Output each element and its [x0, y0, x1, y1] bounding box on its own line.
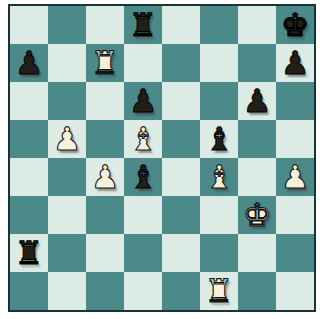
- square-e3[interactable]: [162, 196, 200, 234]
- square-e4[interactable]: [162, 158, 200, 196]
- square-d3[interactable]: [124, 196, 162, 234]
- square-b8[interactable]: [48, 6, 86, 44]
- square-e8[interactable]: [162, 6, 200, 44]
- square-g2[interactable]: [238, 234, 276, 272]
- white-king-g3[interactable]: ♚: [243, 196, 272, 234]
- square-c6[interactable]: [86, 82, 124, 120]
- square-e1[interactable]: [162, 272, 200, 310]
- square-g4[interactable]: [238, 158, 276, 196]
- square-g1[interactable]: [238, 272, 276, 310]
- square-e2[interactable]: [162, 234, 200, 272]
- white-pawn-c4[interactable]: ♟: [91, 158, 120, 196]
- chess-diagram-page: ♜♚♟♜♟♟♟♟♝♝♟♝♝♟♚♜♜: [0, 0, 320, 319]
- square-h5[interactable]: [276, 120, 314, 158]
- square-b3[interactable]: [48, 196, 86, 234]
- square-c3[interactable]: [86, 196, 124, 234]
- square-d1[interactable]: [124, 272, 162, 310]
- square-h4[interactable]: ♟: [276, 158, 314, 196]
- square-f1[interactable]: ♜: [200, 272, 238, 310]
- square-d6[interactable]: ♟: [124, 82, 162, 120]
- square-b1[interactable]: [48, 272, 86, 310]
- square-f7[interactable]: [200, 44, 238, 82]
- square-c4[interactable]: ♟: [86, 158, 124, 196]
- white-rook-c7[interactable]: ♜: [91, 44, 120, 82]
- square-c1[interactable]: [86, 272, 124, 310]
- board-frame: ♜♚♟♜♟♟♟♟♝♝♟♝♝♟♚♜♜: [8, 4, 316, 312]
- square-h6[interactable]: [276, 82, 314, 120]
- square-d4[interactable]: ♝: [124, 158, 162, 196]
- square-h1[interactable]: [276, 272, 314, 310]
- square-b5[interactable]: ♟: [48, 120, 86, 158]
- square-b4[interactable]: [48, 158, 86, 196]
- black-rook-a2[interactable]: ♜: [15, 234, 44, 272]
- square-a6[interactable]: [10, 82, 48, 120]
- square-a4[interactable]: [10, 158, 48, 196]
- square-g3[interactable]: ♚: [238, 196, 276, 234]
- black-pawn-a7[interactable]: ♟: [15, 44, 44, 82]
- square-h8[interactable]: ♚: [276, 6, 314, 44]
- black-rook-d8[interactable]: ♜: [129, 6, 158, 44]
- square-e6[interactable]: [162, 82, 200, 120]
- black-pawn-h7[interactable]: ♟: [281, 44, 310, 82]
- square-f8[interactable]: [200, 6, 238, 44]
- square-b2[interactable]: [48, 234, 86, 272]
- square-h2[interactable]: [276, 234, 314, 272]
- black-bishop-d4[interactable]: ♝: [129, 158, 158, 196]
- square-f3[interactable]: [200, 196, 238, 234]
- square-d2[interactable]: [124, 234, 162, 272]
- white-pawn-h4[interactable]: ♟: [281, 158, 310, 196]
- square-d7[interactable]: [124, 44, 162, 82]
- white-rook-f1[interactable]: ♜: [205, 272, 234, 310]
- square-a7[interactable]: ♟: [10, 44, 48, 82]
- square-e5[interactable]: [162, 120, 200, 158]
- square-f4[interactable]: ♝: [200, 158, 238, 196]
- chess-board: ♜♚♟♜♟♟♟♟♝♝♟♝♝♟♚♜♜: [10, 6, 314, 310]
- square-g7[interactable]: [238, 44, 276, 82]
- square-b6[interactable]: [48, 82, 86, 120]
- square-e7[interactable]: [162, 44, 200, 82]
- square-g6[interactable]: ♟: [238, 82, 276, 120]
- square-f5[interactable]: ♝: [200, 120, 238, 158]
- square-c8[interactable]: [86, 6, 124, 44]
- square-g5[interactable]: [238, 120, 276, 158]
- square-a3[interactable]: [10, 196, 48, 234]
- square-d5[interactable]: ♝: [124, 120, 162, 158]
- square-a8[interactable]: [10, 6, 48, 44]
- black-king-h8[interactable]: ♚: [281, 6, 310, 44]
- white-bishop-d5[interactable]: ♝: [129, 120, 158, 158]
- square-h3[interactable]: [276, 196, 314, 234]
- square-b7[interactable]: [48, 44, 86, 82]
- square-h7[interactable]: ♟: [276, 44, 314, 82]
- square-c5[interactable]: [86, 120, 124, 158]
- square-c2[interactable]: [86, 234, 124, 272]
- square-a2[interactable]: ♜: [10, 234, 48, 272]
- square-a5[interactable]: [10, 120, 48, 158]
- square-a1[interactable]: [10, 272, 48, 310]
- white-pawn-b5[interactable]: ♟: [53, 120, 82, 158]
- black-pawn-d6[interactable]: ♟: [129, 82, 158, 120]
- square-d8[interactable]: ♜: [124, 6, 162, 44]
- square-f2[interactable]: [200, 234, 238, 272]
- square-c7[interactable]: ♜: [86, 44, 124, 82]
- square-g8[interactable]: [238, 6, 276, 44]
- square-f6[interactable]: [200, 82, 238, 120]
- black-pawn-g6[interactable]: ♟: [243, 82, 272, 120]
- black-bishop-f5[interactable]: ♝: [205, 120, 234, 158]
- white-bishop-f4[interactable]: ♝: [205, 158, 234, 196]
